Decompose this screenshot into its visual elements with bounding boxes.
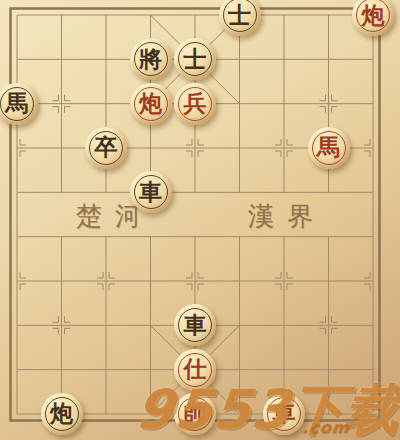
piece-red-soldier[interactable]: 兵 [174,83,216,125]
piece-black-general[interactable]: 將 [130,38,172,80]
piece-character: 車 [130,171,172,213]
piece-character: 馬 [308,127,350,169]
xiangqi-board: 楚河 漢界 士炮將士馬炮兵卒馬車車仕炮帥車 9553下载.com [0,0,400,440]
piece-black-soldier[interactable]: 卒 [85,127,127,169]
river-label-han-jie: 漢界 [248,199,326,234]
piece-character: 炮 [130,83,172,125]
piece-character: 卒 [85,127,127,169]
piece-red-horse[interactable]: 馬 [308,127,350,169]
piece-character: 將 [130,38,172,80]
watermark: 9553下载.com [133,383,400,437]
piece-character: 炮 [41,393,83,435]
piece-character: 士 [219,0,261,36]
piece-black-horse[interactable]: 馬 [0,83,38,125]
piece-character: 士 [174,38,216,80]
piece-black-advisor-1[interactable]: 士 [219,0,261,36]
piece-black-chariot-2[interactable]: 車 [174,304,216,346]
piece-character: 馬 [0,83,38,125]
watermark-text: 9553下载 [133,378,400,440]
piece-black-cannon[interactable]: 炮 [41,393,83,435]
piece-character: 炮 [352,0,394,36]
piece-black-chariot-1[interactable]: 車 [130,171,172,213]
piece-character: 車 [174,304,216,346]
piece-red-cannon-1[interactable]: 炮 [352,0,394,36]
piece-character: 兵 [174,83,216,125]
watermark-suffix: .com [301,420,350,436]
piece-red-cannon-2[interactable]: 炮 [130,83,172,125]
piece-black-advisor-2[interactable]: 士 [174,38,216,80]
